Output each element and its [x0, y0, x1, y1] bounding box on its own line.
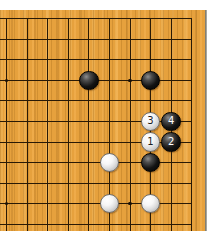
star-point	[128, 79, 132, 83]
grid-line-vertical	[6, 19, 7, 231]
grid-line-vertical	[130, 19, 131, 231]
grid-line-horizontal	[0, 18, 192, 19]
move-number-label: 4	[168, 116, 174, 126]
stone-white-P10[interactable]	[100, 194, 119, 213]
stone-black-R12[interactable]	[141, 153, 160, 172]
stone-black-S13[interactable]: 2	[161, 132, 180, 151]
grid-line-vertical	[191, 19, 192, 231]
stone-white-R13[interactable]: 1	[141, 132, 160, 151]
grid-line-vertical	[27, 19, 28, 231]
move-number-label: 1	[147, 136, 153, 146]
stone-black-S14[interactable]: 4	[161, 112, 180, 131]
star-point	[5, 202, 9, 206]
go-diagram-screen: 3412	[0, 0, 213, 231]
grid-line-horizontal	[0, 39, 192, 40]
grid-line-vertical	[88, 19, 89, 231]
move-number-label: 3	[147, 116, 153, 126]
stone-white-R14[interactable]: 3	[141, 112, 160, 131]
star-point	[128, 202, 132, 206]
go-board[interactable]: 3412	[0, 10, 205, 232]
stone-white-P12[interactable]	[100, 153, 119, 172]
grid-line-horizontal	[0, 183, 192, 184]
board-right-edge-shadow	[205, 10, 208, 232]
move-number-label: 2	[168, 136, 174, 146]
grid-line-vertical	[68, 19, 69, 231]
grid-line-horizontal	[0, 203, 192, 204]
grid-line-vertical	[47, 19, 48, 231]
grid-line-horizontal	[0, 59, 192, 60]
stone-black-O16[interactable]	[79, 71, 98, 90]
grid-line-horizontal	[0, 100, 192, 101]
grid-line-horizontal	[0, 224, 192, 225]
star-point	[5, 79, 9, 83]
stone-black-R16[interactable]	[141, 71, 160, 90]
stone-white-R10[interactable]	[141, 194, 160, 213]
grid-line-horizontal	[0, 162, 192, 163]
